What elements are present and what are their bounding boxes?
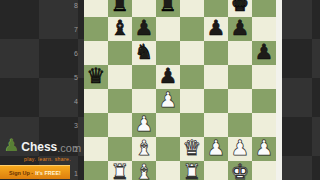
square-f8[interactable]: [204, 0, 228, 17]
rank-label-4: 4: [58, 89, 82, 113]
square-h8[interactable]: [252, 0, 276, 17]
piece-white-pawn[interactable]: ♟: [255, 138, 274, 159]
piece-white-pawn[interactable]: ♟: [159, 90, 178, 111]
piece-white-pawn[interactable]: ♟: [231, 138, 250, 159]
square-f7[interactable]: ♟: [204, 17, 228, 41]
square-h3[interactable]: [252, 113, 276, 137]
square-d6[interactable]: [156, 41, 180, 65]
piece-white-rook[interactable]: ♜: [111, 162, 130, 181]
piece-black-knight[interactable]: ♞: [135, 42, 154, 63]
square-g1[interactable]: ♚: [228, 161, 252, 180]
video-frame: 87654321 ♜♜♚♝♟♟♟♞♟♛♟♟♟♝♛♟♟♟♜♝♜♚ ♟ Chess …: [0, 0, 320, 180]
piece-black-king[interactable]: ♚: [231, 0, 250, 15]
square-f4[interactable]: [204, 89, 228, 113]
square-b6[interactable]: [108, 41, 132, 65]
square-a3[interactable]: [84, 113, 108, 137]
square-f1[interactable]: [204, 161, 228, 180]
square-b2[interactable]: [108, 137, 132, 161]
chessboard[interactable]: ♜♜♚♝♟♟♟♞♟♛♟♟♟♝♛♟♟♟♜♝♜♚: [84, 0, 276, 180]
square-e5[interactable]: [180, 65, 204, 89]
piece-black-rook[interactable]: ♜: [111, 0, 130, 15]
square-g5[interactable]: [228, 65, 252, 89]
square-e4[interactable]: [180, 89, 204, 113]
piece-white-queen[interactable]: ♛: [183, 138, 202, 159]
square-d3[interactable]: [156, 113, 180, 137]
square-b3[interactable]: [108, 113, 132, 137]
logo-text-chess: Chess: [21, 140, 57, 154]
square-d5[interactable]: ♟: [156, 65, 180, 89]
square-h1[interactable]: [252, 161, 276, 180]
square-c7[interactable]: ♟: [132, 17, 156, 41]
square-a6[interactable]: [84, 41, 108, 65]
square-f6[interactable]: [204, 41, 228, 65]
square-g3[interactable]: [228, 113, 252, 137]
rank-label-7: 7: [58, 17, 82, 41]
piece-black-pawn[interactable]: ♟: [231, 18, 250, 39]
piece-black-queen[interactable]: ♛: [87, 66, 106, 87]
square-c2[interactable]: ♝: [132, 137, 156, 161]
square-g2[interactable]: ♟: [228, 137, 252, 161]
piece-black-bishop[interactable]: ♝: [111, 18, 130, 39]
square-h5[interactable]: [252, 65, 276, 89]
square-d7[interactable]: [156, 17, 180, 41]
square-c1[interactable]: ♝: [132, 161, 156, 180]
square-a4[interactable]: [84, 89, 108, 113]
rank-label-8: 8: [58, 0, 82, 17]
piece-black-pawn[interactable]: ♟: [255, 42, 274, 63]
square-c4[interactable]: [132, 89, 156, 113]
square-g4[interactable]: [228, 89, 252, 113]
logo-tagline: play. learn. share.: [24, 156, 71, 162]
pawn-logo-icon: ♟: [4, 137, 19, 154]
square-b7[interactable]: ♝: [108, 17, 132, 41]
square-f5[interactable]: [204, 65, 228, 89]
signup-banner-free-text: It's FREE!: [35, 170, 61, 176]
square-h4[interactable]: [252, 89, 276, 113]
square-e3[interactable]: [180, 113, 204, 137]
square-b4[interactable]: [108, 89, 132, 113]
square-c8[interactable]: [132, 0, 156, 17]
square-b8[interactable]: ♜: [108, 0, 132, 17]
square-c5[interactable]: [132, 65, 156, 89]
piece-white-bishop[interactable]: ♝: [135, 138, 154, 159]
square-g8[interactable]: ♚: [228, 0, 252, 17]
square-a2[interactable]: [84, 137, 108, 161]
piece-white-pawn[interactable]: ♟: [207, 138, 226, 159]
square-d8[interactable]: ♜: [156, 0, 180, 17]
square-e6[interactable]: [180, 41, 204, 65]
signup-banner[interactable]: Sign Up - It's FREE!: [0, 165, 70, 179]
square-f2[interactable]: ♟: [204, 137, 228, 161]
square-e7[interactable]: [180, 17, 204, 41]
square-d2[interactable]: [156, 137, 180, 161]
square-h6[interactable]: ♟: [252, 41, 276, 65]
square-c3[interactable]: ♟: [132, 113, 156, 137]
square-d4[interactable]: ♟: [156, 89, 180, 113]
piece-white-rook[interactable]: ♜: [183, 162, 202, 181]
square-g7[interactable]: ♟: [228, 17, 252, 41]
square-a8[interactable]: [84, 0, 108, 17]
piece-black-rook[interactable]: ♜: [159, 0, 178, 15]
piece-black-pawn[interactable]: ♟: [159, 66, 178, 87]
square-b5[interactable]: [108, 65, 132, 89]
square-c6[interactable]: ♞: [132, 41, 156, 65]
piece-white-pawn[interactable]: ♟: [135, 114, 154, 135]
square-e1[interactable]: ♜: [180, 161, 204, 180]
square-a1[interactable]: [84, 161, 108, 180]
piece-white-king[interactable]: ♚: [231, 162, 250, 181]
square-a7[interactable]: [84, 17, 108, 41]
piece-black-pawn[interactable]: ♟: [207, 18, 226, 39]
logo-text-com: .com: [57, 142, 81, 154]
square-h7[interactable]: [252, 17, 276, 41]
square-e8[interactable]: [180, 0, 204, 17]
square-d1[interactable]: [156, 161, 180, 180]
rank-label-3: 3: [58, 113, 82, 137]
square-a5[interactable]: ♛: [84, 65, 108, 89]
piece-white-bishop[interactable]: ♝: [135, 162, 154, 181]
signup-banner-text: Sign Up -: [9, 170, 33, 176]
board-right-border: [276, 0, 282, 180]
square-h2[interactable]: ♟: [252, 137, 276, 161]
square-g6[interactable]: [228, 41, 252, 65]
rank-label-6: 6: [58, 41, 82, 65]
square-f3[interactable]: [204, 113, 228, 137]
square-e2[interactable]: ♛: [180, 137, 204, 161]
square-b1[interactable]: ♜: [108, 161, 132, 180]
piece-black-pawn[interactable]: ♟: [135, 18, 154, 39]
chesscom-logo[interactable]: ♟ Chess .com: [4, 137, 81, 154]
rank-label-5: 5: [58, 65, 82, 89]
